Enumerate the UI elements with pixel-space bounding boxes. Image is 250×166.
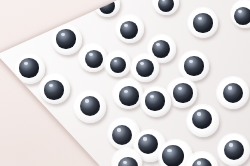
googly-eye xyxy=(188,8,218,38)
eyes-layer xyxy=(0,0,250,166)
sheet-shadow-wrap xyxy=(0,0,250,166)
photo-googly-eyes xyxy=(0,0,250,166)
googly-eye xyxy=(187,105,219,137)
googly-eye-pupil xyxy=(138,134,158,154)
googly-eye-pupil xyxy=(223,83,243,103)
googly-eye-pupil xyxy=(112,125,132,145)
googly-eye-pupil xyxy=(162,145,184,166)
googly-eye-pupil xyxy=(19,58,38,77)
googly-eye-pupil xyxy=(192,158,212,166)
googly-eye-pupil xyxy=(44,80,63,99)
googly-eye xyxy=(179,51,209,81)
googly-eye xyxy=(217,77,249,109)
googly-eye-pupil xyxy=(193,13,212,32)
googly-eye-pupil xyxy=(152,40,170,58)
googly-eye-pupil xyxy=(145,91,164,110)
googly-eye-pupil xyxy=(99,0,116,14)
googly-eye xyxy=(218,134,250,166)
googly-eye-pupil xyxy=(56,29,75,48)
googly-eye-pupil xyxy=(80,96,100,116)
googly-eye-pupil xyxy=(224,140,244,160)
googly-eye-pupil xyxy=(85,50,103,68)
googly-eye-pupil xyxy=(120,21,138,39)
googly-eye-pupil xyxy=(136,59,154,77)
googly-eye xyxy=(131,54,159,82)
googly-eye xyxy=(153,0,179,15)
googly-eye-pupil xyxy=(173,83,192,102)
googly-eye-pupil xyxy=(158,0,175,12)
googly-eye xyxy=(113,79,143,109)
googly-eye xyxy=(79,44,107,72)
googly-eye xyxy=(105,51,131,77)
googly-eye xyxy=(231,0,250,28)
googly-eye xyxy=(94,0,120,17)
googly-eye xyxy=(40,74,70,104)
googly-eye-pupil xyxy=(110,57,127,74)
googly-eye-pupil xyxy=(119,86,138,105)
googly-eye xyxy=(52,25,82,55)
googly-eye-pupil xyxy=(184,56,203,75)
googly-eye xyxy=(74,91,106,123)
googly-eye xyxy=(15,54,45,84)
googly-eye xyxy=(141,87,171,117)
googly-eye-pupil xyxy=(234,7,250,25)
googly-eye xyxy=(116,15,144,43)
googly-eye xyxy=(167,78,197,108)
googly-eye-pupil xyxy=(118,157,137,166)
googly-eye-sheet xyxy=(0,0,250,166)
googly-eye-pupil xyxy=(192,109,212,129)
